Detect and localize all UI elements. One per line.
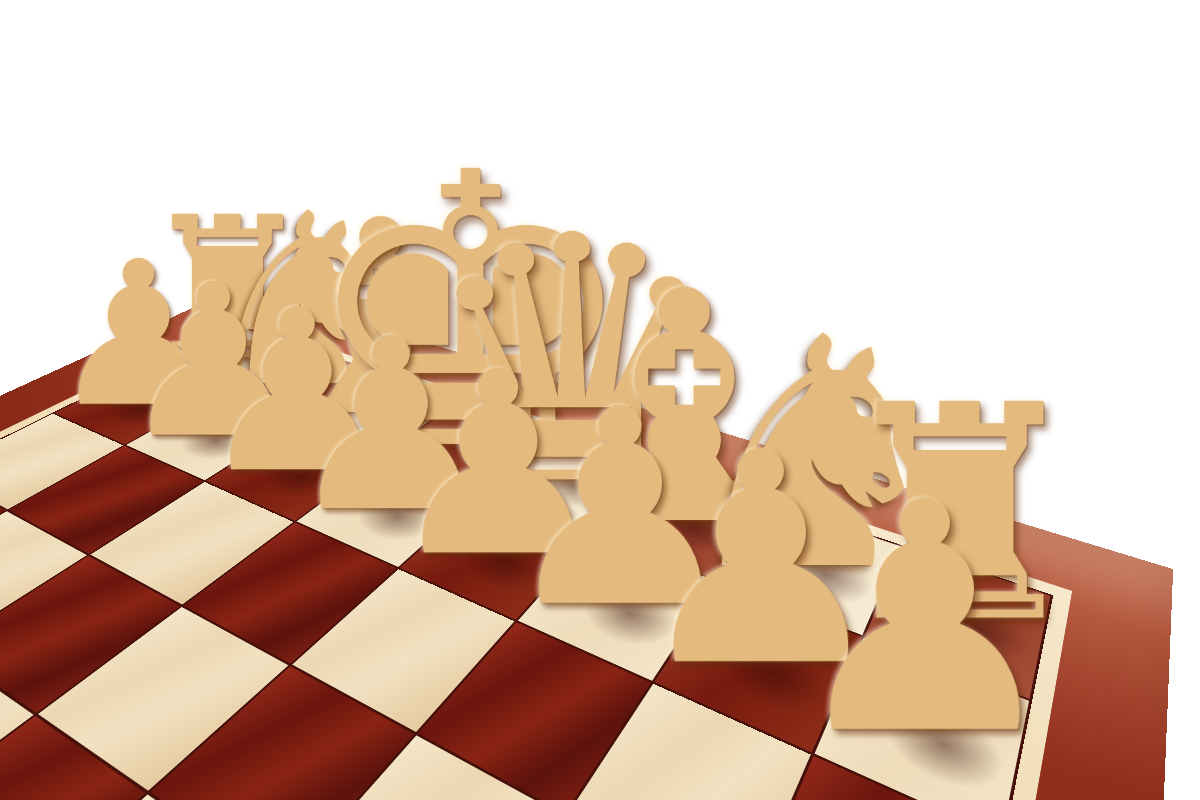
chessboard-scene: ♜♞♝♚♛♝♞♜♟♟♟♟♟♟♟♟	[0, 0, 1200, 800]
piece-white-pawn-a2[interactable]: ♟	[783, 461, 1067, 777]
board-grid: ♜♞♝♚♛♝♞♜♟♟♟♟♟♟♟♟	[0, 324, 1053, 800]
square-e5[interactable]	[0, 716, 146, 800]
chess-board: ♜♞♝♚♛♝♞♜♟♟♟♟♟♟♟♟	[0, 0, 1200, 800]
square-d5[interactable]	[0, 794, 279, 800]
square-a2[interactable]: ♟	[814, 638, 1029, 800]
